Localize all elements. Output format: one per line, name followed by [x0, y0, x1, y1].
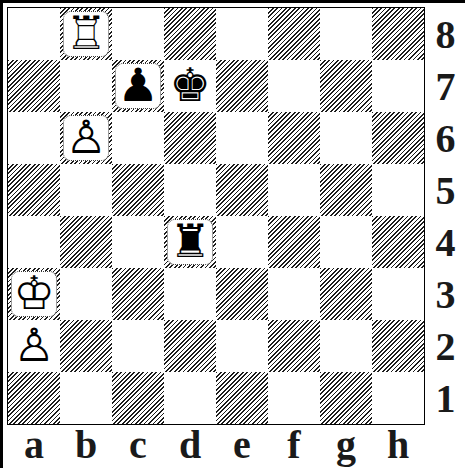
piece-white-rook-b8[interactable]: ♖ — [63, 11, 109, 57]
square-h8[interactable] — [372, 8, 424, 60]
square-h3[interactable] — [372, 268, 424, 320]
square-g6[interactable] — [320, 112, 372, 164]
square-g1[interactable] — [320, 372, 372, 424]
square-f7[interactable] — [268, 60, 320, 112]
square-c5[interactable] — [112, 164, 164, 216]
piece-black-rook-d4[interactable]: ♜ — [167, 219, 213, 265]
square-f5[interactable] — [268, 164, 320, 216]
square-c3[interactable] — [112, 268, 164, 320]
square-g3[interactable] — [320, 268, 372, 320]
square-g7[interactable] — [320, 60, 372, 112]
file-label-c: c — [112, 425, 164, 468]
square-e8[interactable] — [216, 8, 268, 60]
piece-white-pawn-a2[interactable]: ♙ — [11, 323, 57, 369]
square-c6[interactable] — [112, 112, 164, 164]
square-h6[interactable] — [372, 112, 424, 164]
file-label-g: g — [320, 425, 372, 468]
file-label-a: a — [8, 425, 60, 468]
rank-label-8: 8 — [426, 8, 465, 60]
square-d8[interactable] — [164, 8, 216, 60]
file-label-f: f — [268, 425, 320, 468]
file-label-e: e — [216, 425, 268, 468]
square-b1[interactable] — [60, 372, 112, 424]
square-c1[interactable] — [112, 372, 164, 424]
square-a1[interactable] — [8, 372, 60, 424]
square-b3[interactable] — [60, 268, 112, 320]
square-e7[interactable] — [216, 60, 268, 112]
square-d4[interactable]: ♜ — [164, 216, 216, 268]
rank-label-3: 3 — [426, 268, 465, 320]
square-h1[interactable] — [372, 372, 424, 424]
square-c4[interactable] — [112, 216, 164, 268]
square-b6[interactable]: ♙ — [60, 112, 112, 164]
square-b5[interactable] — [60, 164, 112, 216]
chess-diagram: ♖♟♚♙♜♔♙ 87654321 abcdefgh — [0, 0, 465, 468]
piece-white-pawn-b6[interactable]: ♙ — [63, 115, 109, 161]
square-e3[interactable] — [216, 268, 268, 320]
rank-label-4: 4 — [426, 216, 465, 268]
square-f1[interactable] — [268, 372, 320, 424]
piece-white-king-a3[interactable]: ♔ — [11, 271, 57, 317]
rank-labels: 87654321 — [426, 8, 465, 424]
square-f2[interactable] — [268, 320, 320, 372]
file-label-d: d — [164, 425, 216, 468]
square-e6[interactable] — [216, 112, 268, 164]
square-h4[interactable] — [372, 216, 424, 268]
square-d1[interactable] — [164, 372, 216, 424]
piece-black-king-d7[interactable]: ♚ — [167, 63, 213, 109]
file-label-h: h — [372, 425, 424, 468]
square-a3[interactable]: ♔ — [8, 268, 60, 320]
square-h7[interactable] — [372, 60, 424, 112]
square-a2[interactable]: ♙ — [8, 320, 60, 372]
square-a4[interactable] — [8, 216, 60, 268]
square-c8[interactable] — [112, 8, 164, 60]
square-b4[interactable] — [60, 216, 112, 268]
square-g5[interactable] — [320, 164, 372, 216]
square-a7[interactable] — [8, 60, 60, 112]
square-g4[interactable] — [320, 216, 372, 268]
square-e4[interactable] — [216, 216, 268, 268]
rank-label-2: 2 — [426, 320, 465, 372]
square-f6[interactable] — [268, 112, 320, 164]
rank-label-5: 5 — [426, 164, 465, 216]
square-d5[interactable] — [164, 164, 216, 216]
square-e1[interactable] — [216, 372, 268, 424]
rank-label-1: 1 — [426, 372, 465, 424]
square-h2[interactable] — [372, 320, 424, 372]
top-rule — [0, 0, 465, 3]
square-e5[interactable] — [216, 164, 268, 216]
square-f4[interactable] — [268, 216, 320, 268]
piece-black-pawn-c7[interactable]: ♟ — [115, 63, 161, 109]
square-e2[interactable] — [216, 320, 268, 372]
square-g2[interactable] — [320, 320, 372, 372]
rank-label-6: 6 — [426, 112, 465, 164]
square-d7[interactable]: ♚ — [164, 60, 216, 112]
square-f8[interactable] — [268, 8, 320, 60]
chess-board: ♖♟♚♙♜♔♙ — [7, 7, 425, 425]
square-a8[interactable] — [8, 8, 60, 60]
rank-label-7: 7 — [426, 60, 465, 112]
left-rule — [0, 0, 3, 468]
square-a5[interactable] — [8, 164, 60, 216]
square-c2[interactable] — [112, 320, 164, 372]
square-b2[interactable] — [60, 320, 112, 372]
file-label-b: b — [60, 425, 112, 468]
square-c7[interactable]: ♟ — [112, 60, 164, 112]
square-h5[interactable] — [372, 164, 424, 216]
square-g8[interactable] — [320, 8, 372, 60]
square-f3[interactable] — [268, 268, 320, 320]
square-d6[interactable] — [164, 112, 216, 164]
square-b7[interactable] — [60, 60, 112, 112]
square-d3[interactable] — [164, 268, 216, 320]
file-labels: abcdefgh — [8, 425, 424, 468]
square-b8[interactable]: ♖ — [60, 8, 112, 60]
square-a6[interactable] — [8, 112, 60, 164]
square-d2[interactable] — [164, 320, 216, 372]
